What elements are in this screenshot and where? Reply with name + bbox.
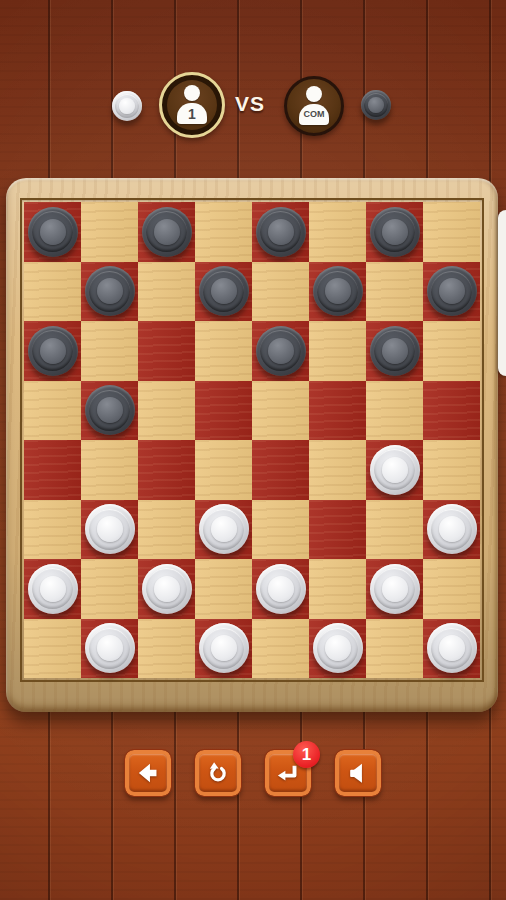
board-square[interactable] xyxy=(252,321,309,381)
checker-piece-dark[interactable] xyxy=(256,207,306,257)
board-square[interactable] xyxy=(138,381,195,441)
board-square[interactable] xyxy=(366,202,423,262)
board-square[interactable] xyxy=(24,619,81,679)
board-square[interactable] xyxy=(195,559,252,619)
board-square[interactable] xyxy=(309,262,366,322)
game-screen: 1 COM VS xyxy=(0,0,506,900)
board-square[interactable] xyxy=(423,500,480,560)
checker-piece-dark[interactable] xyxy=(370,326,420,376)
board-square[interactable] xyxy=(195,440,252,500)
checker-piece-dark[interactable] xyxy=(28,326,78,376)
board-square[interactable] xyxy=(423,440,480,500)
board-square[interactable] xyxy=(309,381,366,441)
board-square[interactable] xyxy=(195,500,252,560)
board-square[interactable] xyxy=(252,500,309,560)
board-square[interactable] xyxy=(252,262,309,322)
checker-piece-white[interactable] xyxy=(199,504,249,554)
board-square[interactable] xyxy=(138,440,195,500)
board-square[interactable] xyxy=(423,262,480,322)
board-square[interactable] xyxy=(309,500,366,560)
checker-piece-white[interactable] xyxy=(256,564,306,614)
undo-button[interactable]: 1 xyxy=(265,750,311,796)
sound-button[interactable] xyxy=(335,750,381,796)
checkers-board-frame xyxy=(6,178,498,712)
board-square[interactable] xyxy=(423,202,480,262)
checker-piece-white[interactable] xyxy=(28,564,78,614)
board-square[interactable] xyxy=(195,202,252,262)
board-square[interactable] xyxy=(138,619,195,679)
board-square[interactable] xyxy=(309,440,366,500)
vs-label: VS xyxy=(230,92,270,116)
board-square[interactable] xyxy=(252,202,309,262)
board-square[interactable] xyxy=(366,262,423,322)
checker-piece-white[interactable] xyxy=(370,564,420,614)
person-torso: COM xyxy=(299,104,329,125)
checker-piece-white[interactable] xyxy=(313,623,363,673)
board-square[interactable] xyxy=(24,559,81,619)
board-square[interactable] xyxy=(81,202,138,262)
checker-piece-white[interactable] xyxy=(370,445,420,495)
person-icon: 1 xyxy=(176,85,208,125)
board-square[interactable] xyxy=(138,321,195,381)
board-square[interactable] xyxy=(366,440,423,500)
white-checker-icon xyxy=(112,91,142,121)
checker-piece-white[interactable] xyxy=(199,623,249,673)
restart-button[interactable] xyxy=(195,750,241,796)
board-square[interactable] xyxy=(81,440,138,500)
board-square[interactable] xyxy=(252,619,309,679)
board-inner-border xyxy=(20,198,484,682)
checker-piece-dark[interactable] xyxy=(28,207,78,257)
player2-avatar[interactable]: COM xyxy=(284,76,344,136)
checker-piece-dark[interactable] xyxy=(85,385,135,435)
board-square[interactable] xyxy=(423,559,480,619)
board-square[interactable] xyxy=(81,381,138,441)
checker-piece-dark[interactable] xyxy=(142,207,192,257)
player1-avatar[interactable]: 1 xyxy=(159,72,225,138)
dark-checker-icon xyxy=(361,90,391,120)
checker-piece-dark[interactable] xyxy=(85,266,135,316)
player1-label: 1 xyxy=(188,107,196,121)
toolbar: 1 xyxy=(0,750,506,796)
checker-piece-dark[interactable] xyxy=(256,326,306,376)
board-square[interactable] xyxy=(366,381,423,441)
checker-piece-white[interactable] xyxy=(85,623,135,673)
board-square[interactable] xyxy=(138,202,195,262)
undo-count-badge: 1 xyxy=(293,741,320,768)
board-square[interactable] xyxy=(24,500,81,560)
board-grid xyxy=(24,202,480,678)
board-square[interactable] xyxy=(138,500,195,560)
board-square[interactable] xyxy=(252,559,309,619)
board-square[interactable] xyxy=(366,619,423,679)
board-square[interactable] xyxy=(81,262,138,322)
board-square[interactable] xyxy=(195,321,252,381)
board-square[interactable] xyxy=(195,381,252,441)
board-square[interactable] xyxy=(24,321,81,381)
checker-piece-white[interactable] xyxy=(85,504,135,554)
board-square[interactable] xyxy=(309,619,366,679)
side-panel-handle[interactable] xyxy=(498,210,506,376)
checker-piece-white[interactable] xyxy=(142,564,192,614)
board-square[interactable] xyxy=(138,559,195,619)
checker-piece-dark[interactable] xyxy=(313,266,363,316)
board-square[interactable] xyxy=(309,202,366,262)
board-square[interactable] xyxy=(252,440,309,500)
board-square[interactable] xyxy=(24,262,81,322)
board-square[interactable] xyxy=(423,321,480,381)
board-square[interactable] xyxy=(24,202,81,262)
board-square[interactable] xyxy=(366,321,423,381)
person-icon: COM xyxy=(298,86,330,126)
board-square[interactable] xyxy=(24,381,81,441)
checker-piece-dark[interactable] xyxy=(199,266,249,316)
board-square[interactable] xyxy=(81,559,138,619)
restart-icon xyxy=(203,758,233,788)
board-square[interactable] xyxy=(81,619,138,679)
board-square[interactable] xyxy=(309,321,366,381)
board-square[interactable] xyxy=(138,262,195,322)
back-button[interactable] xyxy=(125,750,171,796)
board-square[interactable] xyxy=(252,381,309,441)
board-square[interactable] xyxy=(81,321,138,381)
checker-piece-white[interactable] xyxy=(427,504,477,554)
back-arrow-icon xyxy=(133,758,163,788)
board-square[interactable] xyxy=(195,619,252,679)
speaker-icon xyxy=(343,758,373,788)
board-square[interactable] xyxy=(423,381,480,441)
person-torso: 1 xyxy=(177,103,207,124)
board-square[interactable] xyxy=(81,500,138,560)
board-square[interactable] xyxy=(195,262,252,322)
checker-piece-dark[interactable] xyxy=(370,207,420,257)
board-square[interactable] xyxy=(309,559,366,619)
person-head xyxy=(306,86,322,102)
person-head xyxy=(184,85,200,101)
board-square[interactable] xyxy=(366,500,423,560)
board-square[interactable] xyxy=(366,559,423,619)
checker-piece-dark[interactable] xyxy=(427,266,477,316)
board-square[interactable] xyxy=(423,619,480,679)
board-square[interactable] xyxy=(24,440,81,500)
player2-label: COM xyxy=(304,110,325,119)
checker-piece-white[interactable] xyxy=(427,623,477,673)
